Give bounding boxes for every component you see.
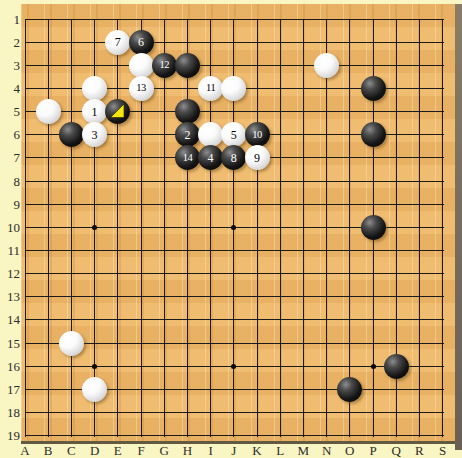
grid-line [25,204,444,205]
stone-F3 [129,53,154,78]
col-label-P: P [363,444,383,458]
grid-line [48,19,49,437]
grid-line [257,19,258,437]
row-label-3: 3 [0,58,20,73]
grid-line [25,296,444,297]
stone-H6: 2 [175,122,200,147]
grid-line [25,343,444,344]
move-number: 9 [254,152,260,164]
move-number: 12 [159,60,169,71]
stone-E5 [105,99,130,124]
row-label-14: 14 [0,312,20,327]
row-label-5: 5 [0,104,20,119]
row-label-12: 12 [0,266,20,281]
col-label-I: I [201,444,221,458]
row-label-13: 13 [0,289,20,304]
grid-line [117,19,118,437]
grid-line [71,19,72,437]
star-point [92,364,97,369]
stone-C15 [59,331,84,356]
stone-E2: 7 [105,30,130,55]
col-label-R: R [409,444,429,458]
stone-F4: 13 [129,76,154,101]
stone-C6 [59,122,84,147]
col-label-A: A [15,444,35,458]
grid-line [25,273,444,274]
row-label-2: 2 [0,35,20,50]
row-label-1: 1 [0,12,20,27]
col-label-B: B [38,444,58,458]
col-label-D: D [85,444,105,458]
grid-line [25,435,444,436]
stone-G3: 12 [152,53,177,78]
stone-H5 [175,99,200,124]
grid-line [349,19,350,437]
move-number: 7 [115,36,121,48]
grid-line [164,19,165,437]
grid-line [187,19,188,437]
move-number: 8 [231,152,237,164]
grid-line [25,65,444,66]
triangle-mark-icon [105,99,130,124]
move-number: 14 [183,153,193,164]
stone-P4 [361,76,386,101]
row-label-4: 4 [0,81,20,96]
grid-line [303,19,304,437]
stone-Q16 [384,354,409,379]
col-label-G: G [154,444,174,458]
grid-line [25,250,444,251]
row-label-18: 18 [0,405,20,420]
move-number: 6 [138,36,144,48]
stone-N3 [314,53,339,78]
stone-D17 [82,377,107,402]
move-number: 4 [208,152,214,164]
move-number: 11 [206,83,215,94]
stone-I4: 11 [198,76,223,101]
row-label-17: 17 [0,382,20,397]
grid-line [25,42,444,43]
move-number: 10 [252,130,262,141]
board-edge-shadow-right [455,4,462,450]
move-number: 5 [231,129,237,141]
col-label-O: O [340,444,360,458]
stone-B5 [36,99,61,124]
move-number: 1 [92,106,98,118]
star-point [371,364,376,369]
row-label-10: 10 [0,220,20,235]
star-point [92,225,97,230]
grid-line [280,19,281,437]
col-label-N: N [317,444,337,458]
grid-line [419,19,420,437]
stone-D4 [82,76,107,101]
grid-line [25,19,26,437]
stone-K6: 10 [245,122,270,147]
grid-line [25,181,444,182]
stone-H3 [175,53,200,78]
go-diagram: 7612131113251014489123456789101112131415… [0,0,462,458]
move-number: 2 [184,129,190,141]
row-label-9: 9 [0,197,20,212]
col-label-F: F [131,444,151,458]
col-label-H: H [177,444,197,458]
row-label-15: 15 [0,336,20,351]
col-label-K: K [247,444,267,458]
stone-F2: 6 [129,30,154,55]
col-label-J: J [224,444,244,458]
col-label-M: M [293,444,313,458]
col-label-E: E [108,444,128,458]
grid-line [326,19,327,437]
col-label-S: S [433,444,453,458]
row-label-7: 7 [0,150,20,165]
col-label-Q: Q [386,444,406,458]
grid-line [25,19,444,20]
grid-line [25,412,444,413]
col-label-L: L [270,444,290,458]
row-label-16: 16 [0,359,20,374]
stone-P6 [361,122,386,147]
col-label-C: C [61,444,81,458]
row-label-8: 8 [0,174,20,189]
stone-K7: 9 [245,145,270,170]
grid-line [442,19,443,437]
move-number: 3 [92,129,98,141]
stone-P10 [361,215,386,240]
row-label-19: 19 [0,428,20,443]
row-label-6: 6 [0,127,20,142]
grid-line [25,319,444,320]
move-number: 13 [136,83,146,94]
row-label-11: 11 [0,243,20,258]
